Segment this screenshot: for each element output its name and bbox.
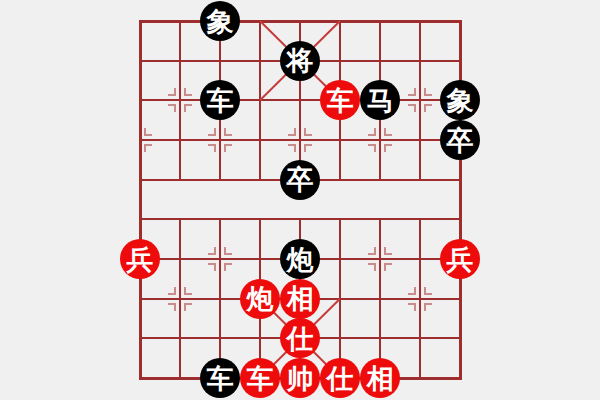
point-marker	[184, 88, 192, 96]
point-marker	[184, 104, 192, 112]
piece-black-chariot[interactable]: 车	[200, 358, 240, 398]
piece-red-elephant[interactable]: 相	[280, 279, 320, 319]
grid-line-border	[139, 20, 142, 380]
piece-red-soldier[interactable]: 兵	[440, 239, 480, 279]
point-marker	[304, 128, 312, 136]
point-marker	[424, 104, 432, 112]
piece-black-elephant[interactable]: 象	[440, 80, 480, 120]
point-marker	[224, 128, 232, 136]
point-marker	[384, 128, 392, 136]
piece-black-soldier[interactable]: 卒	[440, 120, 480, 160]
point-marker	[208, 144, 216, 152]
point-marker	[384, 144, 392, 152]
piece-red-elephant[interactable]: 相	[360, 358, 400, 398]
piece-black-cannon[interactable]: 炮	[280, 239, 320, 279]
grid-line-vertical	[419, 20, 421, 181]
piece-red-chariot[interactable]: 车	[320, 80, 360, 120]
xiangqi-board: 象将车车马象卒卒兵炮兵炮相仕车车帅仕相	[0, 0, 600, 400]
point-marker	[424, 88, 432, 96]
point-marker	[368, 128, 376, 136]
grid-line-vertical	[419, 218, 421, 379]
grid-line-vertical	[379, 218, 381, 379]
point-marker	[384, 263, 392, 271]
grid-line-border	[459, 20, 462, 380]
grid-line-vertical	[259, 20, 261, 181]
piece-black-chariot[interactable]: 车	[200, 80, 240, 120]
piece-red-chariot[interactable]: 车	[240, 358, 280, 398]
grid-line-vertical	[179, 218, 181, 379]
point-marker	[408, 287, 416, 295]
point-marker	[368, 247, 376, 255]
point-marker	[408, 303, 416, 311]
point-marker	[304, 144, 312, 152]
piece-red-soldier[interactable]: 兵	[120, 239, 160, 279]
piece-red-general[interactable]: 帅	[280, 358, 320, 398]
piece-black-soldier[interactable]: 卒	[280, 160, 320, 200]
point-marker	[288, 128, 296, 136]
point-marker	[368, 263, 376, 271]
point-marker	[224, 144, 232, 152]
point-marker	[168, 287, 176, 295]
point-marker	[408, 104, 416, 112]
point-marker	[424, 287, 432, 295]
point-marker	[184, 287, 192, 295]
point-marker	[208, 128, 216, 136]
point-marker	[288, 144, 296, 152]
point-marker	[384, 247, 392, 255]
piece-black-elephant[interactable]: 象	[200, 1, 240, 41]
piece-red-advisor[interactable]: 仕	[280, 318, 320, 358]
point-marker	[144, 128, 152, 136]
point-marker	[184, 303, 192, 311]
grid-line-vertical	[179, 20, 181, 181]
point-marker	[168, 104, 176, 112]
piece-red-cannon[interactable]: 炮	[240, 279, 280, 319]
point-marker	[224, 263, 232, 271]
point-marker	[208, 247, 216, 255]
piece-red-advisor[interactable]: 仕	[320, 358, 360, 398]
piece-black-general[interactable]: 将	[280, 41, 320, 81]
grid-line-vertical	[219, 218, 221, 379]
point-marker	[208, 263, 216, 271]
point-marker	[168, 303, 176, 311]
point-marker	[424, 303, 432, 311]
xiangqi-app: 象将车车马象卒卒兵炮兵炮相仕车车帅仕相	[0, 0, 600, 400]
point-marker	[368, 144, 376, 152]
point-marker	[168, 88, 176, 96]
piece-black-horse[interactable]: 马	[360, 80, 400, 120]
point-marker	[224, 247, 232, 255]
point-marker	[408, 88, 416, 96]
grid-line-vertical	[339, 218, 341, 379]
point-marker	[144, 144, 152, 152]
